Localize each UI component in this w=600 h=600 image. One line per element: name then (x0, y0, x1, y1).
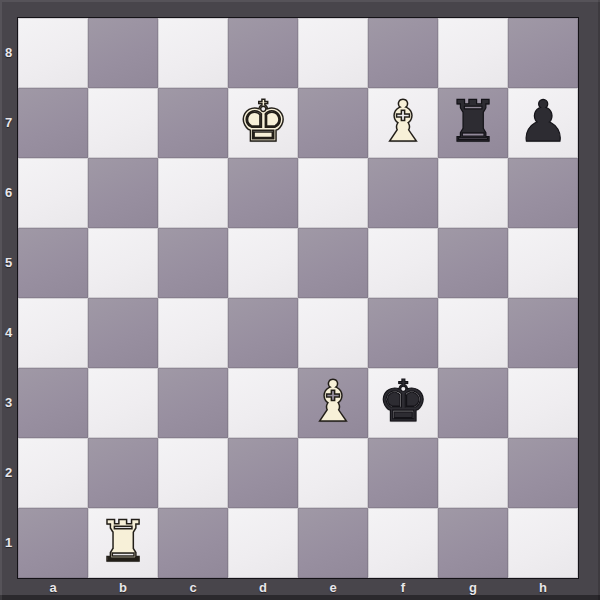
square-e1[interactable] (298, 508, 368, 578)
square-h4[interactable] (508, 298, 578, 368)
black-rook[interactable]: ♜ (447, 86, 498, 156)
square-b1[interactable]: ♜ (88, 508, 158, 578)
square-h2[interactable] (508, 438, 578, 508)
rank-label-5: 5 (0, 228, 17, 298)
file-label-c: c (158, 579, 228, 597)
square-b7[interactable] (88, 88, 158, 158)
rank-label-2: 2 (0, 438, 17, 508)
white-king[interactable]: ♚ (237, 86, 288, 156)
white-rook[interactable]: ♜ (97, 506, 148, 576)
square-d2[interactable] (228, 438, 298, 508)
square-d3[interactable] (228, 368, 298, 438)
black-pawn[interactable]: ♟ (517, 86, 568, 156)
square-g8[interactable] (438, 18, 508, 88)
square-f4[interactable] (368, 298, 438, 368)
square-f1[interactable] (368, 508, 438, 578)
square-e8[interactable] (298, 18, 368, 88)
square-c1[interactable] (158, 508, 228, 578)
square-a5[interactable] (18, 228, 88, 298)
square-a8[interactable] (18, 18, 88, 88)
square-c2[interactable] (158, 438, 228, 508)
square-c3[interactable] (158, 368, 228, 438)
black-king[interactable]: ♚ (377, 366, 428, 436)
rank-label-3: 3 (0, 368, 17, 438)
square-d7[interactable]: ♚ (228, 88, 298, 158)
square-c6[interactable] (158, 158, 228, 228)
square-f7[interactable]: ♝ (368, 88, 438, 158)
file-label-g: g (438, 579, 508, 597)
square-d8[interactable] (228, 18, 298, 88)
square-h8[interactable] (508, 18, 578, 88)
square-e3[interactable]: ♝ (298, 368, 368, 438)
file-label-b: b (88, 579, 158, 597)
square-g5[interactable] (438, 228, 508, 298)
file-label-e: e (298, 579, 368, 597)
file-label-h: h (508, 579, 578, 597)
white-bishop[interactable]: ♝ (377, 86, 428, 156)
square-e5[interactable] (298, 228, 368, 298)
square-f6[interactable] (368, 158, 438, 228)
square-a1[interactable] (18, 508, 88, 578)
square-f8[interactable] (368, 18, 438, 88)
square-h3[interactable] (508, 368, 578, 438)
square-g7[interactable]: ♜ (438, 88, 508, 158)
square-e4[interactable] (298, 298, 368, 368)
square-c4[interactable] (158, 298, 228, 368)
square-b8[interactable] (88, 18, 158, 88)
square-b4[interactable] (88, 298, 158, 368)
square-a7[interactable] (18, 88, 88, 158)
square-d1[interactable] (228, 508, 298, 578)
square-c8[interactable] (158, 18, 228, 88)
square-b2[interactable] (88, 438, 158, 508)
square-a3[interactable] (18, 368, 88, 438)
square-e2[interactable] (298, 438, 368, 508)
rank-label-6: 6 (0, 158, 17, 228)
square-a4[interactable] (18, 298, 88, 368)
square-h6[interactable] (508, 158, 578, 228)
square-h7[interactable]: ♟ (508, 88, 578, 158)
square-e6[interactable] (298, 158, 368, 228)
square-b3[interactable] (88, 368, 158, 438)
rank-label-4: 4 (0, 298, 17, 368)
square-h5[interactable] (508, 228, 578, 298)
square-h1[interactable] (508, 508, 578, 578)
file-label-a: a (18, 579, 88, 597)
square-b6[interactable] (88, 158, 158, 228)
square-f5[interactable] (368, 228, 438, 298)
square-d5[interactable] (228, 228, 298, 298)
white-bishop[interactable]: ♝ (307, 366, 358, 436)
file-label-d: d (228, 579, 298, 597)
square-f2[interactable] (368, 438, 438, 508)
square-c7[interactable] (158, 88, 228, 158)
chess-board[interactable]: ♚♝♜♟♝♚♜ (18, 18, 578, 578)
square-b5[interactable] (88, 228, 158, 298)
square-g3[interactable] (438, 368, 508, 438)
square-a2[interactable] (18, 438, 88, 508)
square-d4[interactable] (228, 298, 298, 368)
square-f3[interactable]: ♚ (368, 368, 438, 438)
file-label-f: f (368, 579, 438, 597)
square-a6[interactable] (18, 158, 88, 228)
chess-diagram: ♚♝♜♟♝♚♜ 87654321 abcdefgh (0, 0, 600, 600)
square-g4[interactable] (438, 298, 508, 368)
rank-label-8: 8 (0, 18, 17, 88)
square-e7[interactable] (298, 88, 368, 158)
square-g1[interactable] (438, 508, 508, 578)
square-d6[interactable] (228, 158, 298, 228)
square-c5[interactable] (158, 228, 228, 298)
rank-label-1: 1 (0, 508, 17, 578)
rank-label-7: 7 (0, 88, 17, 158)
square-g6[interactable] (438, 158, 508, 228)
square-g2[interactable] (438, 438, 508, 508)
